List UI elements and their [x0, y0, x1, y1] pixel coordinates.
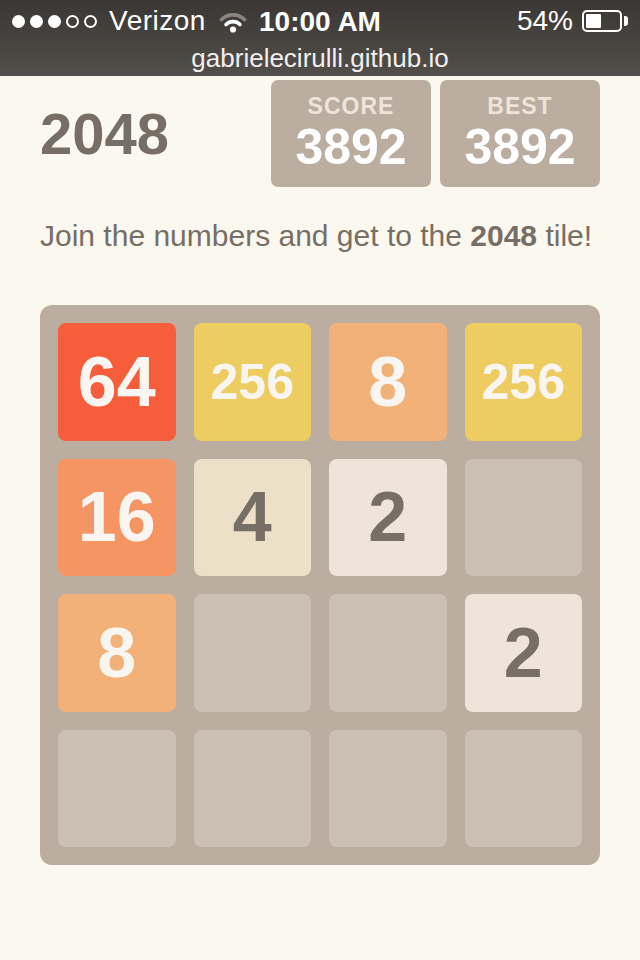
empty-cell — [465, 459, 583, 577]
browser-chrome: Verizon 10:00 AM 54% gabrielecirulli.git… — [0, 0, 640, 76]
tile-2: 2 — [329, 459, 447, 577]
intro-before: Join the numbers and get to the — [40, 219, 470, 252]
intro-after: tile! — [537, 219, 592, 252]
score-value: 3892 — [295, 121, 406, 174]
tile-256: 256 — [194, 323, 312, 441]
iphone-screen: Verizon 10:00 AM 54% gabrielecirulli.git… — [0, 0, 640, 960]
empty-cell — [329, 594, 447, 712]
empty-cell — [194, 730, 312, 848]
battery-fill — [586, 14, 601, 28]
best-box: BEST 3892 — [440, 80, 600, 187]
empty-cell — [58, 730, 176, 848]
score-label: SCORE — [308, 93, 395, 121]
game-title: 2048 — [40, 105, 169, 163]
signal-dot-filled — [12, 15, 25, 28]
carrier-label: Verizon — [109, 5, 206, 37]
scores-container: SCORE 3892 BEST 3892 — [271, 80, 600, 187]
score-box: SCORE 3892 — [271, 80, 431, 187]
url-bar[interactable]: gabrielecirulli.github.io — [0, 40, 640, 76]
wifi-icon — [219, 12, 247, 33]
tile-4: 4 — [194, 459, 312, 577]
status-left-cluster: Verizon — [12, 3, 247, 37]
signal-dot-empty — [84, 15, 97, 28]
tile-2: 2 — [465, 594, 583, 712]
cell-signal-icon — [12, 15, 97, 28]
tile-64: 64 — [58, 323, 176, 441]
empty-cell — [194, 594, 312, 712]
game-board[interactable]: 642568256164282 — [40, 305, 600, 865]
tile-8: 8 — [329, 323, 447, 441]
signal-dot-filled — [30, 15, 43, 28]
tile-8: 8 — [58, 594, 176, 712]
intro-text: Join the numbers and get to the 2048 til… — [40, 211, 602, 261]
url-text[interactable]: gabrielecirulli.github.io — [191, 43, 448, 74]
signal-dot-empty — [66, 15, 79, 28]
ios-status-bar: Verizon 10:00 AM 54% — [0, 0, 640, 40]
status-right-cluster: 54% — [517, 3, 628, 37]
tile-256: 256 — [465, 323, 583, 441]
empty-cell — [465, 730, 583, 848]
battery-nub — [624, 16, 628, 26]
intro-highlight: 2048 — [470, 219, 537, 252]
tile-16: 16 — [58, 459, 176, 577]
game-page: 2048 SCORE 3892 BEST 3892 Join the numbe… — [0, 80, 640, 865]
battery-percent: 54% — [517, 5, 573, 37]
best-label: BEST — [487, 93, 552, 121]
empty-cell — [329, 730, 447, 848]
signal-dot-filled — [48, 15, 61, 28]
battery-icon — [582, 10, 622, 32]
game-header: 2048 SCORE 3892 BEST 3892 — [40, 80, 600, 187]
best-value: 3892 — [464, 121, 575, 174]
